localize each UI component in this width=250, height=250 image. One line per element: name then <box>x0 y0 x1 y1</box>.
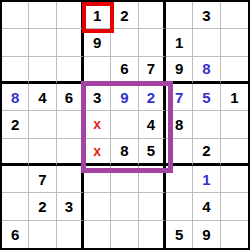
cell-r4c7[interactable]: 7 <box>166 84 193 111</box>
cell-r5c4[interactable]: x <box>84 111 111 138</box>
cell-r3c3[interactable] <box>57 57 84 84</box>
cell-r3c5[interactable]: 6 <box>111 57 138 84</box>
cell-r6c8[interactable]: 2 <box>193 139 220 166</box>
cell-r5c8[interactable] <box>193 111 220 138</box>
cell-r4c6[interactable]: 2 <box>139 84 166 111</box>
cell-r9c2[interactable] <box>29 221 56 248</box>
cell-r6c9[interactable] <box>221 139 248 166</box>
cell-r7c9[interactable] <box>221 166 248 193</box>
cell-r1c3[interactable] <box>57 2 84 29</box>
cell-r6c4[interactable]: x <box>84 139 111 166</box>
cell-r1c5[interactable]: 2 <box>111 2 138 29</box>
cell-r9c4[interactable] <box>84 221 111 248</box>
cell-r6c1[interactable] <box>2 139 29 166</box>
cell-r1c8[interactable]: 3 <box>193 2 220 29</box>
cell-r1c4[interactable]: 1 <box>84 2 111 29</box>
cell-r6c7[interactable] <box>166 139 193 166</box>
cell-r8c5[interactable] <box>111 193 138 220</box>
cell-r8c3[interactable]: 3 <box>57 193 84 220</box>
cell-r7c5[interactable] <box>111 166 138 193</box>
cell-r1c7[interactable] <box>166 2 193 29</box>
cell-r3c2[interactable] <box>29 57 56 84</box>
cell-r8c7[interactable] <box>166 193 193 220</box>
cell-r6c3[interactable] <box>57 139 84 166</box>
cell-r5c3[interactable] <box>57 111 84 138</box>
cell-r2c4[interactable]: 9 <box>84 29 111 56</box>
cell-r1c2[interactable] <box>29 2 56 29</box>
cell-r9c3[interactable] <box>57 221 84 248</box>
cell-r7c8[interactable]: 1 <box>193 166 220 193</box>
cell-r4c5[interactable]: 9 <box>111 84 138 111</box>
cell-r3c7[interactable]: 9 <box>166 57 193 84</box>
cell-r5c1[interactable]: 2 <box>2 111 29 138</box>
cell-r1c6[interactable] <box>139 2 166 29</box>
cell-r8c9[interactable] <box>221 193 248 220</box>
cell-r9c7[interactable]: 5 <box>166 221 193 248</box>
cell-r7c3[interactable] <box>57 166 84 193</box>
cell-r4c4[interactable]: 3 <box>84 84 111 111</box>
cell-r3c9[interactable] <box>221 57 248 84</box>
cell-r6c5[interactable]: 8 <box>111 139 138 166</box>
cell-r4c1[interactable]: 8 <box>2 84 29 111</box>
cell-r2c6[interactable] <box>139 29 166 56</box>
cell-r9c5[interactable] <box>111 221 138 248</box>
cell-r2c9[interactable] <box>221 29 248 56</box>
cell-r1c9[interactable] <box>221 2 248 29</box>
cell-r7c6[interactable] <box>139 166 166 193</box>
cell-r5c2[interactable] <box>29 111 56 138</box>
cell-r8c4[interactable] <box>84 193 111 220</box>
cell-r7c2[interactable]: 7 <box>29 166 56 193</box>
cell-r3c4[interactable] <box>84 57 111 84</box>
cell-r4c9[interactable]: 1 <box>221 84 248 111</box>
cell-r6c2[interactable] <box>29 139 56 166</box>
cell-r3c1[interactable] <box>2 57 29 84</box>
cell-r9c8[interactable]: 9 <box>193 221 220 248</box>
cell-r2c8[interactable] <box>193 29 220 56</box>
cell-r7c1[interactable] <box>2 166 29 193</box>
cell-r2c5[interactable] <box>111 29 138 56</box>
cell-r2c2[interactable] <box>29 29 56 56</box>
cell-r8c6[interactable] <box>139 193 166 220</box>
cell-r5c7[interactable]: 8 <box>166 111 193 138</box>
cell-r3c8[interactable]: 8 <box>193 57 220 84</box>
cell-r9c9[interactable] <box>221 221 248 248</box>
cell-r1c1[interactable] <box>2 2 29 29</box>
cell-r2c3[interactable] <box>57 29 84 56</box>
cell-r6c6[interactable]: 5 <box>139 139 166 166</box>
sudoku-board: 1239167988463927512x48x85271234659 <box>0 0 250 250</box>
cell-r3c6[interactable]: 7 <box>139 57 166 84</box>
cell-r4c2[interactable]: 4 <box>29 84 56 111</box>
cell-r5c6[interactable]: 4 <box>139 111 166 138</box>
cell-r4c8[interactable]: 5 <box>193 84 220 111</box>
cell-r7c7[interactable] <box>166 166 193 193</box>
cell-r9c1[interactable]: 6 <box>2 221 29 248</box>
cell-r9c6[interactable] <box>139 221 166 248</box>
cell-r5c9[interactable] <box>221 111 248 138</box>
cell-r8c1[interactable] <box>2 193 29 220</box>
cell-r8c2[interactable]: 2 <box>29 193 56 220</box>
cell-r2c7[interactable]: 1 <box>166 29 193 56</box>
cell-r2c1[interactable] <box>2 29 29 56</box>
cell-r7c4[interactable] <box>84 166 111 193</box>
cell-r8c8[interactable]: 4 <box>193 193 220 220</box>
cell-r5c5[interactable] <box>111 111 138 138</box>
cell-r4c3[interactable]: 6 <box>57 84 84 111</box>
